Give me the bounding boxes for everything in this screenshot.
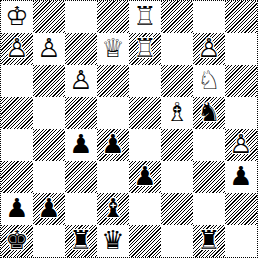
square-g6[interactable]: ♞♘ bbox=[193, 65, 225, 97]
square-f1[interactable] bbox=[161, 225, 193, 257]
square-f2[interactable] bbox=[161, 193, 193, 225]
piece-black-pawn: ♟♟ bbox=[33, 193, 65, 225]
piece-glyph: ♖ bbox=[129, 1, 161, 33]
piece-glyph: ♔ bbox=[1, 1, 33, 33]
piece-black-pawn: ♟♟ bbox=[129, 161, 161, 193]
square-g3[interactable] bbox=[193, 161, 225, 193]
square-h7[interactable] bbox=[225, 33, 257, 65]
piece-white-bishop: ♝♗ bbox=[161, 97, 193, 129]
piece-glyph: ♗ bbox=[161, 97, 193, 129]
square-a6[interactable] bbox=[1, 65, 33, 97]
piece-glyph: ♙ bbox=[1, 33, 33, 65]
piece-glyph: ♚ bbox=[1, 225, 33, 257]
piece-black-pawn: ♟♟ bbox=[1, 193, 33, 225]
piece-black-knight: ♞♞ bbox=[193, 97, 225, 129]
square-a7[interactable]: ♟♙ bbox=[1, 33, 33, 65]
square-e6[interactable] bbox=[129, 65, 161, 97]
piece-black-rook: ♜♜ bbox=[65, 225, 97, 257]
square-b8[interactable] bbox=[33, 1, 65, 33]
square-f5[interactable]: ♝♗ bbox=[161, 97, 193, 129]
square-c8[interactable] bbox=[65, 1, 97, 33]
square-g8[interactable] bbox=[193, 1, 225, 33]
square-h1[interactable] bbox=[225, 225, 257, 257]
piece-black-pawn: ♟♟ bbox=[65, 129, 97, 161]
square-g4[interactable] bbox=[193, 129, 225, 161]
piece-white-pawn: ♟♙ bbox=[225, 129, 257, 161]
square-e2[interactable] bbox=[129, 193, 161, 225]
square-d6[interactable] bbox=[97, 65, 129, 97]
square-f7[interactable] bbox=[161, 33, 193, 65]
square-e7[interactable]: ♜♖ bbox=[129, 33, 161, 65]
piece-white-pawn: ♟♙ bbox=[33, 33, 65, 65]
square-c1[interactable]: ♜♜ bbox=[65, 225, 97, 257]
piece-glyph: ♙ bbox=[65, 65, 97, 97]
square-g1[interactable]: ♜♜ bbox=[193, 225, 225, 257]
piece-glyph: ♙ bbox=[33, 33, 65, 65]
piece-glyph: ♝ bbox=[97, 193, 129, 225]
piece-white-rook: ♜♖ bbox=[129, 33, 161, 65]
square-e5[interactable] bbox=[129, 97, 161, 129]
piece-black-queen: ♛♛ bbox=[97, 225, 129, 257]
square-b4[interactable] bbox=[33, 129, 65, 161]
piece-black-pawn: ♟♟ bbox=[97, 129, 129, 161]
piece-glyph: ♟ bbox=[33, 193, 65, 225]
square-a4[interactable] bbox=[1, 129, 33, 161]
square-a2[interactable]: ♟♟ bbox=[1, 193, 33, 225]
piece-black-bishop: ♝♝ bbox=[97, 193, 129, 225]
square-d2[interactable]: ♝♝ bbox=[97, 193, 129, 225]
piece-black-pawn: ♟♟ bbox=[225, 161, 257, 193]
square-h8[interactable] bbox=[225, 1, 257, 33]
piece-glyph: ♞ bbox=[193, 97, 225, 129]
square-c7[interactable] bbox=[65, 33, 97, 65]
square-e3[interactable]: ♟♟ bbox=[129, 161, 161, 193]
square-h4[interactable]: ♟♙ bbox=[225, 129, 257, 161]
piece-glyph: ♘ bbox=[193, 65, 225, 97]
piece-white-rook: ♜♖ bbox=[129, 1, 161, 33]
piece-glyph: ♙ bbox=[193, 33, 225, 65]
square-d7[interactable]: ♛♕ bbox=[97, 33, 129, 65]
square-c2[interactable] bbox=[65, 193, 97, 225]
piece-white-knight: ♞♘ bbox=[193, 65, 225, 97]
chess-board: ♚♔♜♖♟♙♟♙♛♕♜♖♟♙♟♙♞♘♝♗♞♞♟♟♟♟♟♙♟♟♟♟♟♟♟♟♝♝♚♚… bbox=[0, 0, 258, 258]
square-c5[interactable] bbox=[65, 97, 97, 129]
square-e8[interactable]: ♜♖ bbox=[129, 1, 161, 33]
square-f3[interactable] bbox=[161, 161, 193, 193]
square-d5[interactable] bbox=[97, 97, 129, 129]
piece-white-queen: ♛♕ bbox=[97, 33, 129, 65]
piece-black-king: ♚♚ bbox=[1, 225, 33, 257]
piece-glyph: ♟ bbox=[65, 129, 97, 161]
piece-glyph: ♖ bbox=[129, 33, 161, 65]
square-a3[interactable] bbox=[1, 161, 33, 193]
square-h3[interactable]: ♟♟ bbox=[225, 161, 257, 193]
square-b5[interactable] bbox=[33, 97, 65, 129]
piece-white-king: ♚♔ bbox=[1, 1, 33, 33]
piece-white-pawn: ♟♙ bbox=[193, 33, 225, 65]
square-d8[interactable] bbox=[97, 1, 129, 33]
square-f6[interactable] bbox=[161, 65, 193, 97]
square-f8[interactable] bbox=[161, 1, 193, 33]
square-b2[interactable]: ♟♟ bbox=[33, 193, 65, 225]
piece-white-pawn: ♟♙ bbox=[1, 33, 33, 65]
piece-glyph: ♟ bbox=[97, 129, 129, 161]
square-g2[interactable] bbox=[193, 193, 225, 225]
square-a1[interactable]: ♚♚ bbox=[1, 225, 33, 257]
piece-glyph: ♕ bbox=[97, 33, 129, 65]
square-h5[interactable] bbox=[225, 97, 257, 129]
square-b7[interactable]: ♟♙ bbox=[33, 33, 65, 65]
square-e1[interactable] bbox=[129, 225, 161, 257]
piece-glyph: ♜ bbox=[65, 225, 97, 257]
square-d4[interactable]: ♟♟ bbox=[97, 129, 129, 161]
square-a5[interactable] bbox=[1, 97, 33, 129]
square-d1[interactable]: ♛♛ bbox=[97, 225, 129, 257]
square-d3[interactable] bbox=[97, 161, 129, 193]
square-c3[interactable] bbox=[65, 161, 97, 193]
piece-glyph: ♛ bbox=[97, 225, 129, 257]
square-b6[interactable] bbox=[33, 65, 65, 97]
piece-glyph: ♜ bbox=[193, 225, 225, 257]
square-h2[interactable] bbox=[225, 193, 257, 225]
piece-black-rook: ♜♜ bbox=[193, 225, 225, 257]
piece-white-pawn: ♟♙ bbox=[65, 65, 97, 97]
square-f4[interactable] bbox=[161, 129, 193, 161]
square-g5[interactable]: ♞♞ bbox=[193, 97, 225, 129]
square-c6[interactable]: ♟♙ bbox=[65, 65, 97, 97]
square-a8[interactable]: ♚♔ bbox=[1, 1, 33, 33]
square-b3[interactable] bbox=[33, 161, 65, 193]
square-h6[interactable] bbox=[225, 65, 257, 97]
square-e4[interactable] bbox=[129, 129, 161, 161]
square-g7[interactable]: ♟♙ bbox=[193, 33, 225, 65]
square-b1[interactable] bbox=[33, 225, 65, 257]
piece-glyph: ♟ bbox=[225, 161, 257, 193]
piece-glyph: ♟ bbox=[1, 193, 33, 225]
piece-glyph: ♙ bbox=[225, 129, 257, 161]
square-c4[interactable]: ♟♟ bbox=[65, 129, 97, 161]
piece-glyph: ♟ bbox=[129, 161, 161, 193]
